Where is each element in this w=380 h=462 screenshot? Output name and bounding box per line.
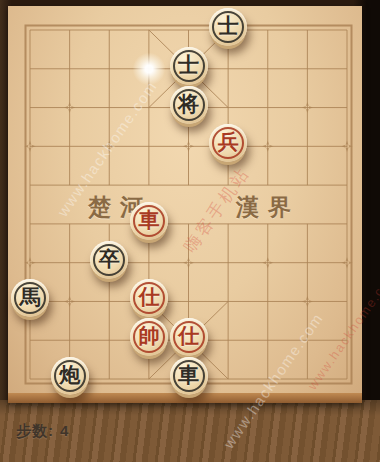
piece-glyph: 仕 xyxy=(178,325,199,346)
piece-glyph: 士 xyxy=(178,54,199,75)
piece-glyph: 卒 xyxy=(99,248,120,269)
piece-glyph: 炮 xyxy=(59,364,80,385)
piece-black-general[interactable]: 将 xyxy=(170,86,208,124)
piece-black-advisor-2[interactable]: 士 xyxy=(170,47,208,85)
piece-black-cannon[interactable]: 炮 xyxy=(51,357,89,395)
xiangqi-game-screen: 楚河 漢界 士士将兵車卒馬仕帥仕炮車 步数:4 www.hackhome.com… xyxy=(0,0,380,462)
piece-glyph: 仕 xyxy=(138,286,159,307)
piece-red-advisor-2[interactable]: 仕 xyxy=(170,318,208,356)
piece-glyph: 馬 xyxy=(20,286,41,307)
piece-black-soldier[interactable]: 卒 xyxy=(90,241,128,279)
piece-glyph: 士 xyxy=(218,15,239,36)
piece-glyph: 車 xyxy=(178,364,199,385)
piece-glyph: 車 xyxy=(138,209,159,230)
piece-glyph: 帥 xyxy=(138,325,159,346)
piece-black-advisor-1[interactable]: 士 xyxy=(209,8,247,46)
piece-glyph: 将 xyxy=(178,93,199,114)
move-counter-value: 4 xyxy=(60,422,69,439)
piece-black-chariot[interactable]: 車 xyxy=(170,357,208,395)
piece-red-general[interactable]: 帥 xyxy=(130,318,168,356)
move-counter: 步数:4 xyxy=(16,422,69,441)
move-highlight-dot xyxy=(132,52,166,86)
piece-red-chariot[interactable]: 車 xyxy=(130,202,168,240)
river-label-han: 漢界 xyxy=(220,192,316,223)
xiangqi-board[interactable]: 楚河 漢界 士士将兵車卒馬仕帥仕炮車 xyxy=(8,6,362,403)
move-counter-label: 步数: xyxy=(16,422,54,439)
piece-glyph: 兵 xyxy=(218,131,239,152)
